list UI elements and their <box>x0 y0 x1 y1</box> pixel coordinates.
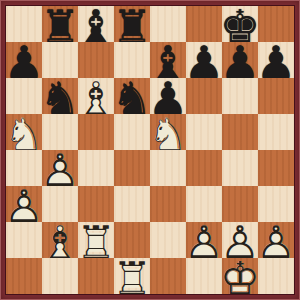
square-b6[interactable]: ♞ <box>42 78 78 114</box>
square-d8[interactable]: ♜ <box>114 6 150 42</box>
white-knight: ♞♘ <box>6 114 42 150</box>
square-d2[interactable] <box>114 222 150 258</box>
square-b2[interactable]: ♝♗ <box>42 222 78 258</box>
square-a7[interactable]: ♟ <box>6 42 42 78</box>
square-h5[interactable] <box>258 114 294 150</box>
square-e3[interactable] <box>150 186 186 222</box>
square-f1[interactable] <box>186 258 222 294</box>
square-h3[interactable] <box>258 186 294 222</box>
square-c8[interactable]: ♝ <box>78 6 114 42</box>
square-c6[interactable]: ♝♗ <box>78 78 114 114</box>
square-h6[interactable] <box>258 78 294 114</box>
black-bishop: ♝ <box>150 42 186 78</box>
white-bishop: ♝♗ <box>78 78 114 114</box>
square-g5[interactable] <box>222 114 258 150</box>
square-c5[interactable] <box>78 114 114 150</box>
square-a5[interactable]: ♞♘ <box>6 114 42 150</box>
white-pawn: ♟♙ <box>258 222 294 258</box>
square-c4[interactable] <box>78 150 114 186</box>
square-f8[interactable] <box>186 6 222 42</box>
black-pawn: ♟ <box>186 42 222 78</box>
square-d3[interactable] <box>114 186 150 222</box>
square-a1[interactable] <box>6 258 42 294</box>
square-f2[interactable]: ♟♙ <box>186 222 222 258</box>
black-rook: ♜ <box>114 6 150 42</box>
square-g2[interactable]: ♟♙ <box>222 222 258 258</box>
square-d5[interactable] <box>114 114 150 150</box>
white-king: ♚♔ <box>222 258 258 294</box>
square-f6[interactable] <box>186 78 222 114</box>
square-a2[interactable] <box>6 222 42 258</box>
square-a3[interactable]: ♟♙ <box>6 186 42 222</box>
white-rook: ♜♖ <box>114 258 150 294</box>
white-bishop: ♝♗ <box>42 222 78 258</box>
square-e2[interactable] <box>150 222 186 258</box>
square-e1[interactable] <box>150 258 186 294</box>
square-c2[interactable]: ♜♖ <box>78 222 114 258</box>
square-g1[interactable]: ♚♔ <box>222 258 258 294</box>
black-knight: ♞ <box>42 78 78 114</box>
black-rook: ♜ <box>42 6 78 42</box>
square-f7[interactable]: ♟ <box>186 42 222 78</box>
black-pawn: ♟ <box>150 78 186 114</box>
square-b8[interactable]: ♜ <box>42 6 78 42</box>
square-e5[interactable]: ♞♘ <box>150 114 186 150</box>
white-pawn: ♟♙ <box>6 186 42 222</box>
square-a8[interactable] <box>6 6 42 42</box>
square-f4[interactable] <box>186 150 222 186</box>
square-d7[interactable] <box>114 42 150 78</box>
square-d4[interactable] <box>114 150 150 186</box>
square-g7[interactable]: ♟ <box>222 42 258 78</box>
square-b1[interactable] <box>42 258 78 294</box>
square-b5[interactable] <box>42 114 78 150</box>
board-frame: ♜♝♜♚♟♝♟♟♟♞♝♗♞♟♞♘♞♘♟♙♟♙♝♗♜♖♟♙♟♙♟♙♜♖♚♔ <box>0 0 300 300</box>
square-b7[interactable] <box>42 42 78 78</box>
square-g4[interactable] <box>222 150 258 186</box>
black-bishop: ♝ <box>78 6 114 42</box>
chess-board: ♜♝♜♚♟♝♟♟♟♞♝♗♞♟♞♘♞♘♟♙♟♙♝♗♜♖♟♙♟♙♟♙♜♖♚♔ <box>5 5 295 295</box>
square-c1[interactable] <box>78 258 114 294</box>
white-rook: ♜♖ <box>78 222 114 258</box>
white-pawn: ♟♙ <box>42 150 78 186</box>
square-b3[interactable] <box>42 186 78 222</box>
black-knight: ♞ <box>114 78 150 114</box>
black-pawn: ♟ <box>6 42 42 78</box>
square-h8[interactable] <box>258 6 294 42</box>
square-h7[interactable]: ♟ <box>258 42 294 78</box>
square-g6[interactable] <box>222 78 258 114</box>
white-pawn: ♟♙ <box>222 222 258 258</box>
black-pawn: ♟ <box>258 42 294 78</box>
square-f3[interactable] <box>186 186 222 222</box>
square-a4[interactable] <box>6 150 42 186</box>
square-f5[interactable] <box>186 114 222 150</box>
square-g8[interactable]: ♚ <box>222 6 258 42</box>
square-d6[interactable]: ♞ <box>114 78 150 114</box>
square-e6[interactable]: ♟ <box>150 78 186 114</box>
square-e7[interactable]: ♝ <box>150 42 186 78</box>
square-c3[interactable] <box>78 186 114 222</box>
square-e4[interactable] <box>150 150 186 186</box>
square-c7[interactable] <box>78 42 114 78</box>
black-king: ♚ <box>222 6 258 42</box>
square-b4[interactable]: ♟♙ <box>42 150 78 186</box>
white-pawn: ♟♙ <box>186 222 222 258</box>
square-h2[interactable]: ♟♙ <box>258 222 294 258</box>
square-e8[interactable] <box>150 6 186 42</box>
square-h4[interactable] <box>258 150 294 186</box>
black-pawn: ♟ <box>222 42 258 78</box>
square-a6[interactable] <box>6 78 42 114</box>
square-g3[interactable] <box>222 186 258 222</box>
square-d1[interactable]: ♜♖ <box>114 258 150 294</box>
white-knight: ♞♘ <box>150 114 186 150</box>
square-h1[interactable] <box>258 258 294 294</box>
